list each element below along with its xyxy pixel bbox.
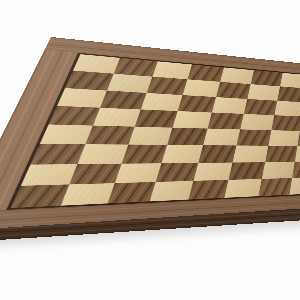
square-f6 [244,99,277,115]
square-a5 [49,106,101,126]
square-c4 [128,127,172,145]
square-h1 [289,177,300,195]
square-g5 [271,115,300,131]
square-e5 [208,112,244,129]
square-a3 [31,144,86,164]
square-e6 [212,97,248,114]
square-e4 [203,129,240,146]
square-d2 [155,163,198,182]
square-b2 [70,163,122,184]
photo-background [0,0,300,300]
square-b5 [93,108,140,127]
square-c1 [107,182,155,204]
square-d3 [161,145,203,163]
square-d6 [177,95,216,113]
square-f3 [233,146,268,163]
square-h2 [292,161,300,177]
square-c3 [121,145,167,164]
square-e1 [188,180,228,200]
chessboard [0,37,300,231]
square-f5 [240,114,274,130]
square-c6 [140,93,182,111]
square-g4 [268,130,300,146]
square-g6 [274,101,300,117]
square-c5 [134,109,177,127]
square-b6 [100,90,146,109]
square-g3 [265,146,297,162]
square-g1 [258,178,292,196]
square-e2 [193,162,232,180]
square-a6 [57,88,107,108]
square-e3 [198,145,236,162]
square-a4 [40,124,93,144]
square-g2 [261,162,294,179]
square-b4 [86,126,135,145]
square-d5 [172,111,212,129]
square-d4 [167,128,208,146]
square-c2 [114,163,161,183]
square-f1 [225,179,262,198]
square-f2 [229,162,265,180]
square-d1 [149,181,193,202]
square-b3 [78,144,128,164]
square-f4 [237,129,271,145]
